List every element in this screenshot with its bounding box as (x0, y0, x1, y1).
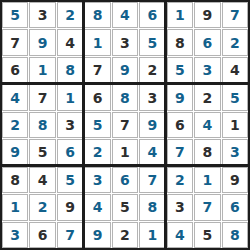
sudoku-cell-r9c2[interactable]: 6 (29, 222, 55, 248)
sudoku-cell-r6c3[interactable]: 6 (57, 139, 83, 165)
sudoku-cell-r6c5[interactable]: 1 (112, 139, 138, 165)
sudoku-cell-r8c9[interactable]: 6 (222, 194, 248, 220)
sudoku-cell-r4c1[interactable]: 4 (2, 84, 28, 110)
sudoku-cell-r2c1[interactable]: 7 (2, 29, 28, 55)
sudoku-cell-r5c3[interactable]: 3 (57, 112, 83, 138)
sudoku-cell-r7c8[interactable]: 1 (194, 167, 220, 193)
sudoku-cell-r8c4[interactable]: 4 (84, 194, 110, 220)
sudoku-cell-r2c8[interactable]: 6 (194, 29, 220, 55)
sudoku-cell-r4c2[interactable]: 7 (29, 84, 55, 110)
sudoku-cell-r1c3[interactable]: 2 (57, 2, 83, 28)
sudoku-cell-r6c8[interactable]: 8 (194, 139, 220, 165)
sudoku-cell-r6c2[interactable]: 5 (29, 139, 55, 165)
sudoku-cell-r2c9[interactable]: 2 (222, 29, 248, 55)
sudoku-cell-r5c2[interactable]: 8 (29, 112, 55, 138)
sudoku-cell-r5c4[interactable]: 5 (84, 112, 110, 138)
sudoku-cell-r6c9[interactable]: 3 (222, 139, 248, 165)
sudoku-cell-r4c7[interactable]: 9 (167, 84, 193, 110)
sudoku-cell-r3c2[interactable]: 1 (29, 57, 55, 83)
sudoku-cell-r4c4[interactable]: 6 (84, 84, 110, 110)
sudoku-cell-r3c4[interactable]: 7 (84, 57, 110, 83)
sudoku-cell-r1c7[interactable]: 1 (167, 2, 193, 28)
sudoku-cell-r8c3[interactable]: 9 (57, 194, 83, 220)
sudoku-cell-r3c7[interactable]: 5 (167, 57, 193, 83)
sudoku-cell-r4c3[interactable]: 1 (57, 84, 83, 110)
sudoku-cell-r9c9[interactable]: 8 (222, 222, 248, 248)
sudoku-cell-r6c1[interactable]: 9 (2, 139, 28, 165)
sudoku-cell-r5c7[interactable]: 6 (167, 112, 193, 138)
sudoku-cell-r3c8[interactable]: 3 (194, 57, 220, 83)
sudoku-cell-r4c6[interactable]: 3 (139, 84, 165, 110)
sudoku-cell-r2c6[interactable]: 5 (139, 29, 165, 55)
sudoku-cell-r3c5[interactable]: 9 (112, 57, 138, 83)
sudoku-cell-r1c5[interactable]: 4 (112, 2, 138, 28)
sudoku-cell-r9c7[interactable]: 4 (167, 222, 193, 248)
sudoku-cell-r5c6[interactable]: 9 (139, 112, 165, 138)
sudoku-cell-r7c3[interactable]: 5 (57, 167, 83, 193)
sudoku-cell-r6c6[interactable]: 4 (139, 139, 165, 165)
sudoku-cell-r9c8[interactable]: 5 (194, 222, 220, 248)
sudoku-cell-r4c9[interactable]: 5 (222, 84, 248, 110)
sudoku-cell-r6c7[interactable]: 7 (167, 139, 193, 165)
sudoku-cell-r8c1[interactable]: 1 (2, 194, 28, 220)
sudoku-cell-r7c6[interactable]: 7 (139, 167, 165, 193)
sudoku-cell-r1c9[interactable]: 7 (222, 2, 248, 28)
sudoku-cell-r7c2[interactable]: 4 (29, 167, 55, 193)
sudoku-cell-r9c6[interactable]: 1 (139, 222, 165, 248)
sudoku-cell-r8c7[interactable]: 3 (167, 194, 193, 220)
sudoku-cell-r7c5[interactable]: 6 (112, 167, 138, 193)
sudoku-cell-r5c5[interactable]: 7 (112, 112, 138, 138)
sudoku-cell-r2c3[interactable]: 4 (57, 29, 83, 55)
sudoku-cell-r9c5[interactable]: 2 (112, 222, 138, 248)
sudoku-cell-r4c5[interactable]: 8 (112, 84, 138, 110)
sudoku-cell-r2c2[interactable]: 9 (29, 29, 55, 55)
sudoku-cell-r2c7[interactable]: 8 (167, 29, 193, 55)
sudoku-cell-r9c4[interactable]: 9 (84, 222, 110, 248)
sudoku-cell-r8c8[interactable]: 7 (194, 194, 220, 220)
sudoku-cell-r2c5[interactable]: 3 (112, 29, 138, 55)
sudoku-cell-r4c8[interactable]: 2 (194, 84, 220, 110)
sudoku-cell-r5c1[interactable]: 2 (2, 112, 28, 138)
sudoku-cell-r5c9[interactable]: 1 (222, 112, 248, 138)
sudoku-cell-r3c3[interactable]: 8 (57, 57, 83, 83)
sudoku-board-frame: 5328461977941358626187925344716839252835… (0, 0, 250, 250)
sudoku-cell-r7c4[interactable]: 3 (84, 167, 110, 193)
sudoku-cell-r2c4[interactable]: 1 (84, 29, 110, 55)
sudoku-cell-r7c1[interactable]: 8 (2, 167, 28, 193)
sudoku-cell-r9c1[interactable]: 3 (2, 222, 28, 248)
sudoku-cell-r1c6[interactable]: 6 (139, 2, 165, 28)
sudoku-cell-r3c9[interactable]: 4 (222, 57, 248, 83)
sudoku-cell-r7c7[interactable]: 2 (167, 167, 193, 193)
sudoku-cell-r1c4[interactable]: 8 (84, 2, 110, 28)
sudoku-cell-r9c3[interactable]: 7 (57, 222, 83, 248)
sudoku-cell-r1c2[interactable]: 3 (29, 2, 55, 28)
sudoku-cell-r5c8[interactable]: 4 (194, 112, 220, 138)
sudoku-cell-r3c1[interactable]: 6 (2, 57, 28, 83)
sudoku-cell-r6c4[interactable]: 2 (84, 139, 110, 165)
sudoku-cell-r8c5[interactable]: 5 (112, 194, 138, 220)
sudoku-cell-r3c6[interactable]: 2 (139, 57, 165, 83)
sudoku-cell-r8c6[interactable]: 8 (139, 194, 165, 220)
sudoku-board: 5328461977941358626187925344716839252835… (2, 2, 248, 248)
sudoku-cell-r1c8[interactable]: 9 (194, 2, 220, 28)
sudoku-cell-r8c2[interactable]: 2 (29, 194, 55, 220)
sudoku-cell-r1c1[interactable]: 5 (2, 2, 28, 28)
sudoku-cell-r7c9[interactable]: 9 (222, 167, 248, 193)
